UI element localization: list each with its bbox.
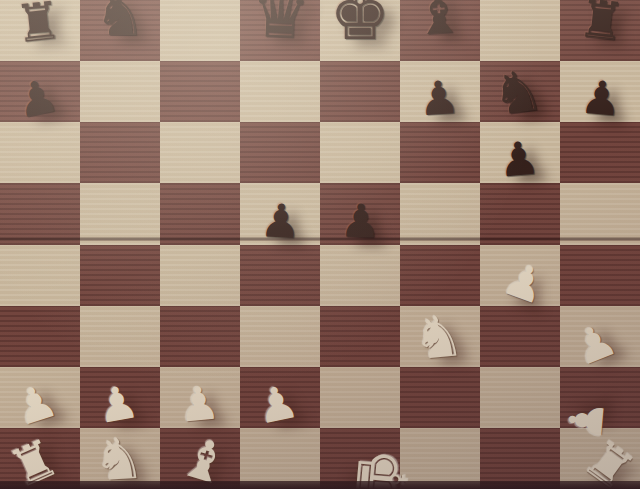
square-c1[interactable]: ♝ xyxy=(160,428,240,489)
piece-black-king-e8[interactable]: ♚ xyxy=(330,0,391,50)
square-f6[interactable] xyxy=(400,122,480,183)
square-a7[interactable]: ♟ xyxy=(0,61,80,122)
square-c4[interactable] xyxy=(160,245,240,306)
square-d5[interactable]: ♟ xyxy=(240,183,320,244)
square-d8[interactable]: ♛ xyxy=(240,0,320,61)
square-h8[interactable]: ♜ xyxy=(560,0,640,61)
square-h5[interactable] xyxy=(560,183,640,244)
square-f3[interactable]: ♞ xyxy=(400,306,480,367)
piece-white-pawn-h3[interactable]: ♟ xyxy=(567,315,622,373)
piece-black-knight-g7[interactable]: ♞ xyxy=(488,61,547,125)
square-h6[interactable] xyxy=(560,122,640,183)
piece-black-bishop-f8[interactable]: ♝ xyxy=(412,0,465,44)
square-a3[interactable] xyxy=(0,306,80,367)
square-c7[interactable] xyxy=(160,61,240,122)
piece-white-pawn-a2[interactable]: ♟ xyxy=(9,376,62,432)
square-e2[interactable] xyxy=(320,367,400,428)
piece-black-knight-b8[interactable]: ♞ xyxy=(94,0,145,44)
piece-black-rook-h8[interactable]: ♜ xyxy=(576,0,628,49)
square-a2[interactable]: ♟ xyxy=(0,367,80,428)
square-a4[interactable] xyxy=(0,245,80,306)
piece-white-knight-f3[interactable]: ♞ xyxy=(411,307,467,368)
square-b1[interactable]: ♞ xyxy=(80,428,160,489)
square-g5[interactable] xyxy=(480,183,560,244)
square-h4[interactable] xyxy=(560,245,640,306)
square-g4[interactable]: ♟ xyxy=(480,245,560,306)
square-a6[interactable] xyxy=(0,122,80,183)
square-a5[interactable] xyxy=(0,183,80,244)
square-e5[interactable]: ♟ xyxy=(320,183,400,244)
piece-white-pawn-b2[interactable]: ♟ xyxy=(93,378,142,430)
square-b7[interactable] xyxy=(80,61,160,122)
square-b3[interactable] xyxy=(80,306,160,367)
square-d4[interactable] xyxy=(240,245,320,306)
square-g1[interactable] xyxy=(480,428,560,489)
square-c6[interactable] xyxy=(160,122,240,183)
piece-white-pawn-c2[interactable]: ♟ xyxy=(176,379,221,428)
square-d3[interactable] xyxy=(240,306,320,367)
square-g8[interactable] xyxy=(480,0,560,61)
piece-black-pawn-f7[interactable]: ♟ xyxy=(417,74,461,123)
piece-white-pawn-g4[interactable]: ♟ xyxy=(497,254,551,311)
board-bottom-edge xyxy=(0,481,640,489)
piece-white-pawn-d2[interactable]: ♟ xyxy=(252,377,302,431)
piece-black-queen-d8[interactable]: ♛ xyxy=(250,0,311,49)
piece-black-pawn-a7[interactable]: ♟ xyxy=(12,72,62,126)
chess-board: ♜♞♛♚♝♜♟♟♞♟♟♟♟♟♞♟♟♟♟♟♟♜♞♝♚♜ xyxy=(0,0,640,489)
square-g2[interactable] xyxy=(480,367,560,428)
square-f7[interactable]: ♟ xyxy=(400,61,480,122)
square-b5[interactable] xyxy=(80,183,160,244)
square-c8[interactable] xyxy=(160,0,240,61)
square-g7[interactable]: ♞ xyxy=(480,61,560,122)
square-h2[interactable]: ♟ xyxy=(560,367,640,428)
piece-black-rook-a8[interactable]: ♜ xyxy=(12,0,64,51)
square-g3[interactable] xyxy=(480,306,560,367)
square-d2[interactable]: ♟ xyxy=(240,367,320,428)
square-e4[interactable] xyxy=(320,245,400,306)
square-f4[interactable] xyxy=(400,245,480,306)
square-e3[interactable] xyxy=(320,306,400,367)
square-e8[interactable]: ♚ xyxy=(320,0,400,61)
square-d1[interactable] xyxy=(240,428,320,489)
square-f8[interactable]: ♝ xyxy=(400,0,480,61)
square-a8[interactable]: ♜ xyxy=(0,0,80,61)
square-b4[interactable] xyxy=(80,245,160,306)
square-c5[interactable] xyxy=(160,183,240,244)
square-f5[interactable] xyxy=(400,183,480,244)
square-h7[interactable]: ♟ xyxy=(560,61,640,122)
square-d6[interactable] xyxy=(240,122,320,183)
square-f2[interactable] xyxy=(400,367,480,428)
square-d7[interactable] xyxy=(240,61,320,122)
square-b6[interactable] xyxy=(80,122,160,183)
piece-black-pawn-h7[interactable]: ♟ xyxy=(579,74,624,123)
square-b2[interactable]: ♟ xyxy=(80,367,160,428)
board-photo: ♜♞♛♚♝♜♟♟♞♟♟♟♟♟♞♟♟♟♟♟♟♜♞♝♚♜ xyxy=(0,0,640,489)
square-b8[interactable]: ♞ xyxy=(80,0,160,61)
square-e6[interactable] xyxy=(320,122,400,183)
square-c3[interactable] xyxy=(160,306,240,367)
square-a1[interactable]: ♜ xyxy=(0,428,80,489)
square-e7[interactable] xyxy=(320,61,400,122)
square-h3[interactable]: ♟ xyxy=(560,306,640,367)
piece-black-pawn-g6[interactable]: ♟ xyxy=(496,135,541,184)
board-fold-seam xyxy=(0,237,640,241)
square-g6[interactable]: ♟ xyxy=(480,122,560,183)
square-e1[interactable]: ♚ xyxy=(320,428,400,489)
piece-white-bishop-c1[interactable]: ♝ xyxy=(173,428,236,489)
square-c2[interactable]: ♟ xyxy=(160,367,240,428)
